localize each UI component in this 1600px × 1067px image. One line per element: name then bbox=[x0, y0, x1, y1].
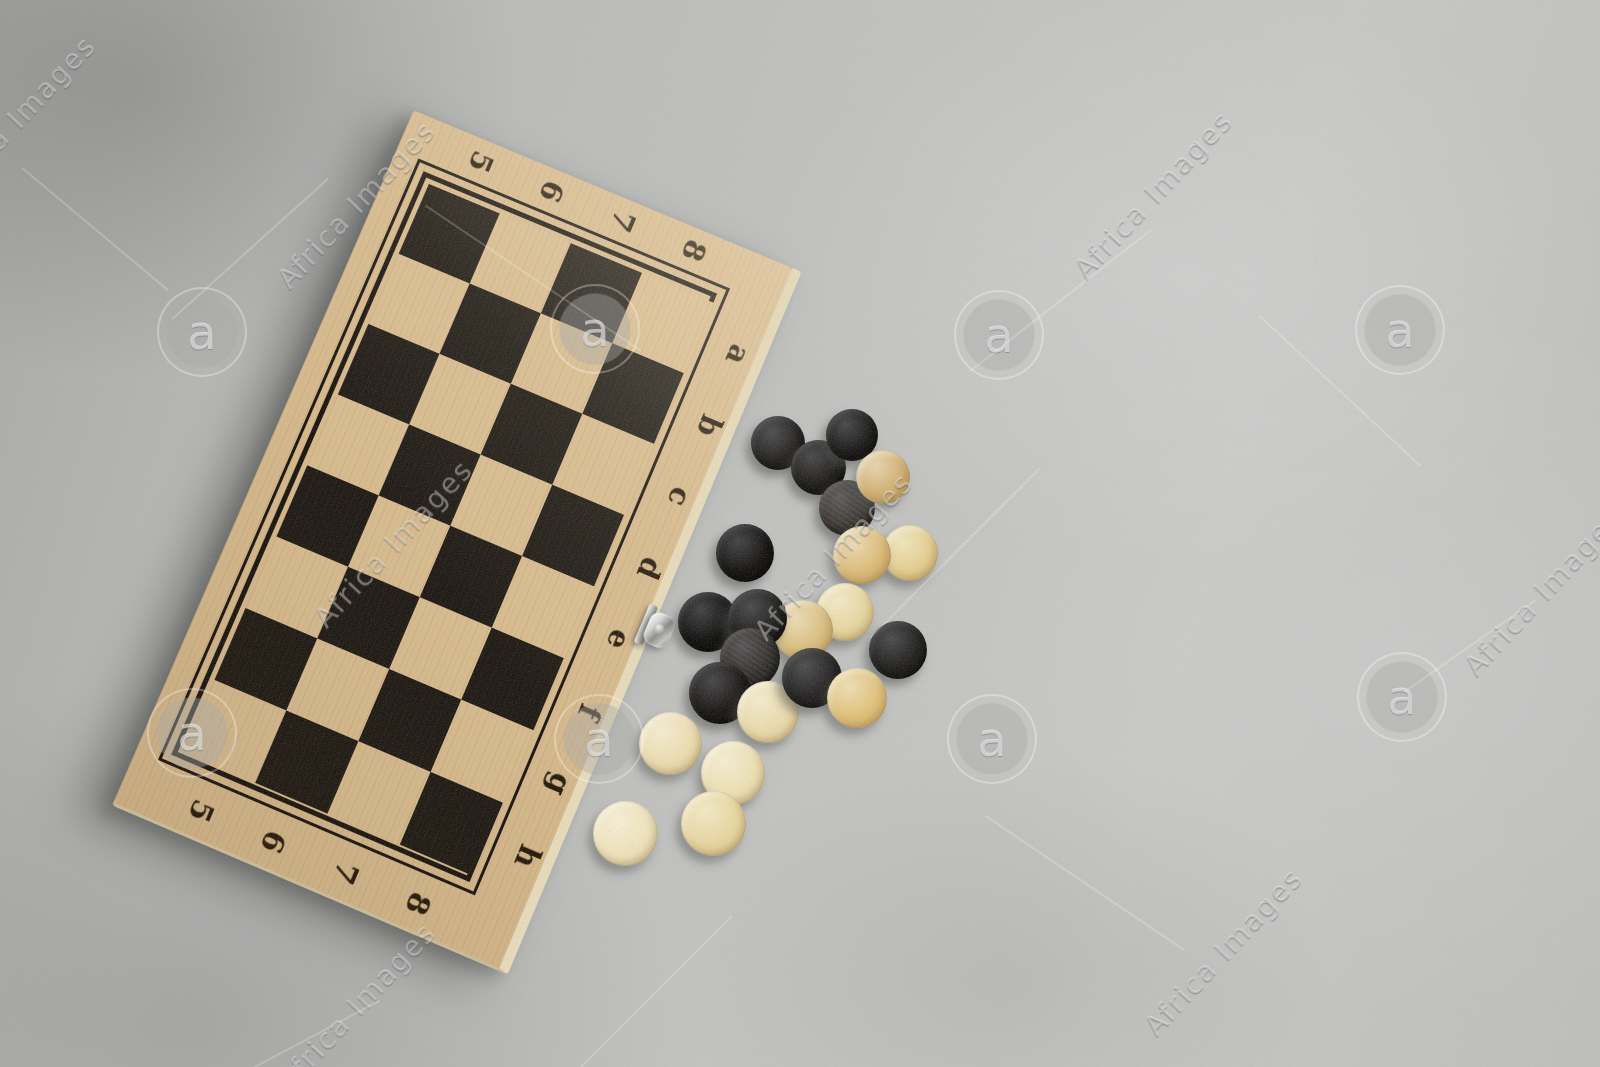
checker-light-10[interactable] bbox=[681, 791, 746, 856]
checker-black-11[interactable] bbox=[869, 621, 927, 679]
checker-light-1[interactable] bbox=[856, 450, 910, 504]
checker-light-11[interactable] bbox=[593, 801, 658, 866]
checker-light-3[interactable] bbox=[833, 526, 891, 584]
checker-black-5[interactable] bbox=[716, 524, 774, 582]
photo-stage: 56785678abcdefgh aaaaaaaaAfrica ImagesAf… bbox=[0, 0, 1600, 1067]
checker-light-8[interactable] bbox=[639, 712, 702, 775]
checker-light-7[interactable] bbox=[827, 668, 887, 728]
